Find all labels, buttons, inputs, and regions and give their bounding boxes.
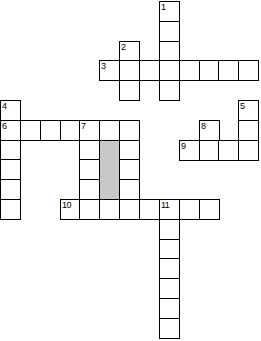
cell-r7c11[interactable] bbox=[218, 140, 239, 161]
cell-r15c8[interactable] bbox=[159, 298, 180, 319]
cell-r7c4[interactable] bbox=[79, 140, 100, 161]
cell-r1c8[interactable] bbox=[159, 21, 180, 42]
cell-r0c8[interactable] bbox=[159, 1, 180, 22]
cell-r4c8[interactable] bbox=[159, 80, 180, 101]
cell-r8c6[interactable] bbox=[119, 159, 140, 180]
cell-r3c7[interactable] bbox=[139, 60, 160, 81]
cell-r2c8[interactable] bbox=[159, 41, 180, 62]
cell-r7c9[interactable] bbox=[179, 140, 200, 161]
cell-r3c11[interactable] bbox=[218, 60, 239, 81]
cell-r9c4[interactable] bbox=[79, 179, 100, 200]
cell-r12c8[interactable] bbox=[159, 239, 180, 260]
cell-r10c0[interactable] bbox=[0, 199, 21, 220]
cell-r6c2[interactable] bbox=[40, 120, 61, 141]
cell-r3c6[interactable] bbox=[119, 60, 140, 81]
cell-r5c0[interactable] bbox=[0, 100, 21, 121]
cell-r3c8[interactable] bbox=[159, 60, 180, 81]
cell-r10c6[interactable] bbox=[119, 199, 140, 220]
cell-r6c1[interactable] bbox=[20, 120, 41, 141]
cell-r9c0[interactable] bbox=[0, 179, 21, 200]
cell-r7c0[interactable] bbox=[0, 140, 21, 161]
cell-r3c9[interactable] bbox=[179, 60, 200, 81]
cell-r9c6[interactable] bbox=[119, 179, 140, 200]
cell-r10c8[interactable] bbox=[159, 199, 180, 220]
cell-r10c3[interactable] bbox=[60, 199, 81, 220]
cell-r7c10[interactable] bbox=[199, 140, 220, 161]
cell-r10c10[interactable] bbox=[199, 199, 220, 220]
cell-r11c8[interactable] bbox=[159, 219, 180, 240]
cell-r8c4[interactable] bbox=[79, 159, 100, 180]
cell-r10c9[interactable] bbox=[179, 199, 200, 220]
cell-r8c0[interactable] bbox=[0, 159, 21, 180]
cell-r4c6[interactable] bbox=[119, 80, 140, 101]
cell-r2c6[interactable] bbox=[119, 41, 140, 62]
cell-r3c5[interactable] bbox=[99, 60, 120, 81]
highlighted-word-slot[interactable] bbox=[99, 140, 120, 200]
cell-r6c5[interactable] bbox=[99, 120, 120, 141]
cell-r6c4[interactable] bbox=[79, 120, 100, 141]
cell-r6c12[interactable] bbox=[238, 120, 259, 141]
cell-r5c12[interactable] bbox=[238, 100, 259, 121]
cell-r3c10[interactable] bbox=[199, 60, 220, 81]
cell-r6c0[interactable] bbox=[0, 120, 21, 141]
cell-r13c8[interactable] bbox=[159, 258, 180, 279]
cell-r14c8[interactable] bbox=[159, 278, 180, 299]
cell-r6c6[interactable] bbox=[119, 120, 140, 141]
cell-r3c12[interactable] bbox=[238, 60, 259, 81]
cell-r10c7[interactable] bbox=[139, 199, 160, 220]
cell-r10c4[interactable] bbox=[79, 199, 100, 220]
cell-r7c6[interactable] bbox=[119, 140, 140, 161]
cell-r10c5[interactable] bbox=[99, 199, 120, 220]
cell-r16c8[interactable] bbox=[159, 318, 180, 339]
cell-r7c12[interactable] bbox=[238, 140, 259, 161]
cell-r6c10[interactable] bbox=[199, 120, 220, 141]
crossword-board: 1234567891011 bbox=[0, 0, 261, 341]
cell-r6c3[interactable] bbox=[60, 120, 81, 141]
